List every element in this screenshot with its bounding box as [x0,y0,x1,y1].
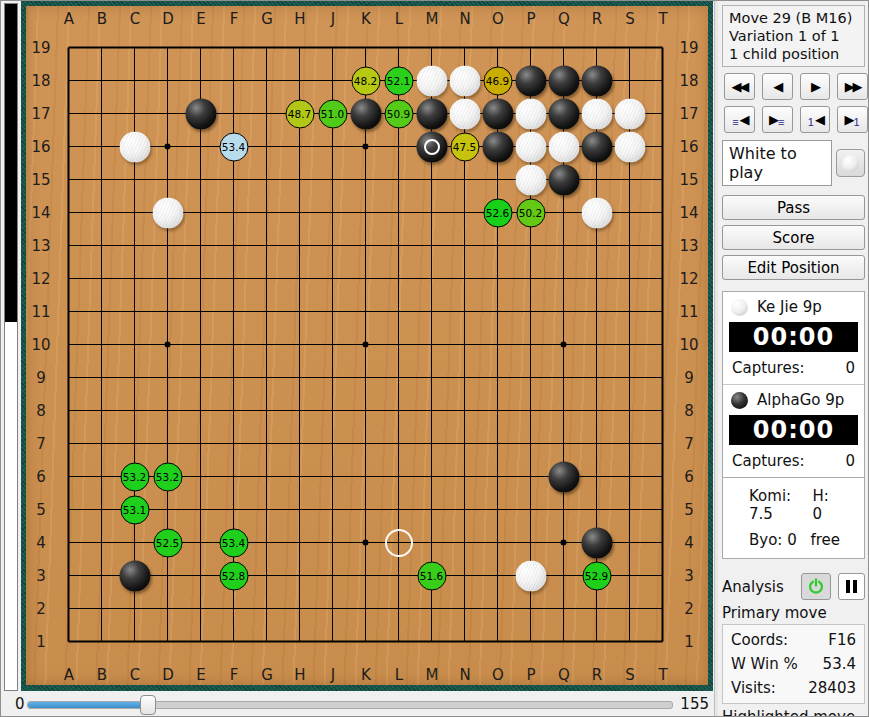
intersection-P9[interactable] [514,361,547,394]
prev-variation-button[interactable]: ≡◀ [724,106,755,133]
intersection-C3[interactable] [118,559,151,592]
intersection-D17[interactable] [151,97,184,130]
intersection-G15[interactable] [250,163,283,196]
intersection-P18[interactable] [514,64,547,97]
intersection-R19[interactable] [580,31,613,64]
intersection-F3[interactable]: 52.8 [217,559,250,592]
intersection-L11[interactable] [382,295,415,328]
intersection-N3[interactable] [448,559,481,592]
intersection-H7[interactable] [283,427,316,460]
intersection-Q3[interactable] [547,559,580,592]
analysis-move-D4[interactable]: 52.5 [153,528,182,557]
intersection-O13[interactable] [481,229,514,262]
intersection-R4[interactable] [580,526,613,559]
intersection-K5[interactable] [349,493,382,526]
intersection-E8[interactable] [184,394,217,427]
intersection-E2[interactable] [184,592,217,625]
intersection-S11[interactable] [613,295,646,328]
forward-one-button[interactable]: ▶1 [837,106,868,133]
intersection-D16[interactable] [151,130,184,163]
intersection-D10[interactable] [151,328,184,361]
intersection-D3[interactable] [151,559,184,592]
intersection-K13[interactable] [349,229,382,262]
intersection-J9[interactable] [316,361,349,394]
intersection-T9[interactable] [646,361,679,394]
intersection-B1[interactable] [85,625,118,658]
intersection-M13[interactable] [415,229,448,262]
intersection-K19[interactable] [349,31,382,64]
intersection-Q9[interactable] [547,361,580,394]
intersection-P6[interactable] [514,460,547,493]
intersection-H1[interactable] [283,625,316,658]
intersection-D14[interactable] [151,196,184,229]
intersection-N9[interactable] [448,361,481,394]
intersection-G17[interactable] [250,97,283,130]
intersection-P15[interactable] [514,163,547,196]
intersection-Q8[interactable] [547,394,580,427]
intersection-L16[interactable] [382,130,415,163]
intersection-L6[interactable] [382,460,415,493]
intersection-O11[interactable] [481,295,514,328]
back-main-line-button[interactable]: 1◀ [800,106,831,133]
intersection-O14[interactable]: 52.6 [481,196,514,229]
intersection-M15[interactable] [415,163,448,196]
intersection-G4[interactable] [250,526,283,559]
intersection-A1[interactable] [52,625,85,658]
intersection-E10[interactable] [184,328,217,361]
intersection-R9[interactable] [580,361,613,394]
score-button[interactable]: Score [722,225,865,250]
intersection-E5[interactable] [184,493,217,526]
intersection-K6[interactable] [349,460,382,493]
intersection-K18[interactable]: 48.2 [349,64,382,97]
intersection-M10[interactable] [415,328,448,361]
intersection-L2[interactable] [382,592,415,625]
intersection-J13[interactable] [316,229,349,262]
intersection-L12[interactable] [382,262,415,295]
intersection-A6[interactable] [52,460,85,493]
intersection-F5[interactable] [217,493,250,526]
intersection-P1[interactable] [514,625,547,658]
intersection-H5[interactable] [283,493,316,526]
intersection-S9[interactable] [613,361,646,394]
intersection-M18[interactable] [415,64,448,97]
intersection-T16[interactable] [646,130,679,163]
intersection-S17[interactable] [613,97,646,130]
intersection-T6[interactable] [646,460,679,493]
intersection-R6[interactable] [580,460,613,493]
analysis-move-K18[interactable]: 48.2 [351,66,380,95]
turn-stone-button[interactable] [836,149,865,177]
intersection-N17[interactable] [448,97,481,130]
intersection-D6[interactable]: 53.2 [151,460,184,493]
intersection-K10[interactable] [349,328,382,361]
board-grid[interactable]: 48.252.146.948.751.050.953.447.552.650.2… [52,31,679,658]
intersection-H17[interactable]: 48.7 [283,97,316,130]
intersection-E15[interactable] [184,163,217,196]
intersection-J19[interactable] [316,31,349,64]
intersection-M6[interactable] [415,460,448,493]
intersection-J3[interactable] [316,559,349,592]
intersection-T14[interactable] [646,196,679,229]
intersection-N4[interactable] [448,526,481,559]
intersection-N8[interactable] [448,394,481,427]
intersection-G1[interactable] [250,625,283,658]
intersection-S14[interactable] [613,196,646,229]
intersection-P2[interactable] [514,592,547,625]
intersection-A7[interactable] [52,427,85,460]
intersection-R2[interactable] [580,592,613,625]
intersection-S16[interactable] [613,130,646,163]
intersection-D4[interactable]: 52.5 [151,526,184,559]
intersection-A5[interactable] [52,493,85,526]
intersection-F11[interactable] [217,295,250,328]
intersection-T15[interactable] [646,163,679,196]
intersection-M2[interactable] [415,592,448,625]
intersection-C14[interactable] [118,196,151,229]
intersection-Q18[interactable] [547,64,580,97]
intersection-C19[interactable] [118,31,151,64]
intersection-H13[interactable] [283,229,316,262]
intersection-S10[interactable] [613,328,646,361]
intersection-T4[interactable] [646,526,679,559]
analysis-move-O14[interactable]: 52.6 [483,198,512,227]
intersection-C2[interactable] [118,592,151,625]
prev-move-button[interactable]: ◀ [762,73,793,100]
intersection-F15[interactable] [217,163,250,196]
intersection-Q4[interactable] [547,526,580,559]
intersection-D18[interactable] [151,64,184,97]
intersection-T17[interactable] [646,97,679,130]
intersection-J17[interactable]: 51.0 [316,97,349,130]
intersection-B13[interactable] [85,229,118,262]
intersection-M12[interactable] [415,262,448,295]
intersection-G9[interactable] [250,361,283,394]
intersection-D7[interactable] [151,427,184,460]
intersection-F17[interactable] [217,97,250,130]
intersection-C10[interactable] [118,328,151,361]
intersection-S7[interactable] [613,427,646,460]
intersection-B2[interactable] [85,592,118,625]
intersection-C13[interactable] [118,229,151,262]
intersection-H9[interactable] [283,361,316,394]
intersection-R7[interactable] [580,427,613,460]
intersection-G16[interactable] [250,130,283,163]
intersection-E17[interactable] [184,97,217,130]
analysis-move-N16[interactable]: 47.5 [450,132,479,161]
intersection-R10[interactable] [580,328,613,361]
intersection-G18[interactable] [250,64,283,97]
intersection-P12[interactable] [514,262,547,295]
intersection-P8[interactable] [514,394,547,427]
intersection-T8[interactable] [646,394,679,427]
intersection-K12[interactable] [349,262,382,295]
intersection-L15[interactable] [382,163,415,196]
intersection-B18[interactable] [85,64,118,97]
intersection-M7[interactable] [415,427,448,460]
intersection-B6[interactable] [85,460,118,493]
intersection-B10[interactable] [85,328,118,361]
intersection-G6[interactable] [250,460,283,493]
intersection-B3[interactable] [85,559,118,592]
intersection-P4[interactable] [514,526,547,559]
intersection-B11[interactable] [85,295,118,328]
pass-button[interactable]: Pass [722,195,865,220]
intersection-M14[interactable] [415,196,448,229]
intersection-E14[interactable] [184,196,217,229]
intersection-N19[interactable] [448,31,481,64]
intersection-N15[interactable] [448,163,481,196]
intersection-M17[interactable] [415,97,448,130]
intersection-O16[interactable] [481,130,514,163]
intersection-B12[interactable] [85,262,118,295]
intersection-E9[interactable] [184,361,217,394]
intersection-K16[interactable] [349,130,382,163]
intersection-J12[interactable] [316,262,349,295]
intersection-D1[interactable] [151,625,184,658]
intersection-E12[interactable] [184,262,217,295]
intersection-K11[interactable] [349,295,382,328]
intersection-Q7[interactable] [547,427,580,460]
intersection-E1[interactable] [184,625,217,658]
intersection-O9[interactable] [481,361,514,394]
intersection-H19[interactable] [283,31,316,64]
intersection-C4[interactable] [118,526,151,559]
intersection-G5[interactable] [250,493,283,526]
intersection-S2[interactable] [613,592,646,625]
intersection-P11[interactable] [514,295,547,328]
intersection-L1[interactable] [382,625,415,658]
intersection-B9[interactable] [85,361,118,394]
intersection-J11[interactable] [316,295,349,328]
intersection-O17[interactable] [481,97,514,130]
intersection-P13[interactable] [514,229,547,262]
intersection-H14[interactable] [283,196,316,229]
intersection-R12[interactable] [580,262,613,295]
intersection-M16[interactable] [415,130,448,163]
intersection-C9[interactable] [118,361,151,394]
intersection-R1[interactable] [580,625,613,658]
analysis-move-D6[interactable]: 53.2 [153,462,182,491]
intersection-T11[interactable] [646,295,679,328]
intersection-H16[interactable] [283,130,316,163]
intersection-A3[interactable] [52,559,85,592]
intersection-E11[interactable] [184,295,217,328]
intersection-F14[interactable] [217,196,250,229]
intersection-H3[interactable] [283,559,316,592]
intersection-O15[interactable] [481,163,514,196]
intersection-T1[interactable] [646,625,679,658]
intersection-P3[interactable] [514,559,547,592]
intersection-N10[interactable] [448,328,481,361]
intersection-A13[interactable] [52,229,85,262]
intersection-F4[interactable]: 53.4 [217,526,250,559]
intersection-Q10[interactable] [547,328,580,361]
intersection-E3[interactable] [184,559,217,592]
intersection-G11[interactable] [250,295,283,328]
intersection-D19[interactable] [151,31,184,64]
intersection-G12[interactable] [250,262,283,295]
analysis-move-H17[interactable]: 48.7 [285,99,314,128]
intersection-P10[interactable] [514,328,547,361]
intersection-L14[interactable] [382,196,415,229]
analysis-move-P14[interactable]: 50.2 [516,198,545,227]
intersection-T2[interactable] [646,592,679,625]
intersection-P14[interactable]: 50.2 [514,196,547,229]
intersection-O12[interactable] [481,262,514,295]
intersection-H6[interactable] [283,460,316,493]
intersection-S19[interactable] [613,31,646,64]
intersection-M8[interactable] [415,394,448,427]
intersection-N12[interactable] [448,262,481,295]
intersection-D13[interactable] [151,229,184,262]
intersection-B19[interactable] [85,31,118,64]
intersection-R11[interactable] [580,295,613,328]
analysis-move-M3[interactable]: 51.6 [417,561,446,590]
intersection-R8[interactable] [580,394,613,427]
intersection-F8[interactable] [217,394,250,427]
intersection-C11[interactable] [118,295,151,328]
intersection-O7[interactable] [481,427,514,460]
intersection-L3[interactable] [382,559,415,592]
intersection-P19[interactable] [514,31,547,64]
intersection-T13[interactable] [646,229,679,262]
intersection-C16[interactable] [118,130,151,163]
intersection-F2[interactable] [217,592,250,625]
intersection-Q16[interactable] [547,130,580,163]
intersection-C18[interactable] [118,64,151,97]
intersection-D8[interactable] [151,394,184,427]
intersection-E6[interactable] [184,460,217,493]
intersection-N16[interactable]: 47.5 [448,130,481,163]
intersection-A16[interactable] [52,130,85,163]
intersection-J18[interactable] [316,64,349,97]
intersection-E18[interactable] [184,64,217,97]
intersection-L18[interactable]: 52.1 [382,64,415,97]
intersection-H4[interactable] [283,526,316,559]
intersection-C5[interactable]: 53.1 [118,493,151,526]
intersection-M4[interactable] [415,526,448,559]
intersection-B17[interactable] [85,97,118,130]
intersection-P17[interactable] [514,97,547,130]
intersection-S8[interactable] [613,394,646,427]
intersection-E13[interactable] [184,229,217,262]
intersection-L8[interactable] [382,394,415,427]
intersection-N14[interactable] [448,196,481,229]
intersection-T10[interactable] [646,328,679,361]
intersection-A2[interactable] [52,592,85,625]
intersection-L17[interactable]: 50.9 [382,97,415,130]
intersection-A17[interactable] [52,97,85,130]
intersection-G19[interactable] [250,31,283,64]
slider-thumb[interactable] [140,695,156,715]
move-slider[interactable] [27,701,673,709]
intersection-Q5[interactable] [547,493,580,526]
intersection-D11[interactable] [151,295,184,328]
intersection-S13[interactable] [613,229,646,262]
intersection-K14[interactable] [349,196,382,229]
intersection-J8[interactable] [316,394,349,427]
intersection-O6[interactable] [481,460,514,493]
intersection-J16[interactable] [316,130,349,163]
intersection-N6[interactable] [448,460,481,493]
intersection-F6[interactable] [217,460,250,493]
intersection-J5[interactable] [316,493,349,526]
intersection-L13[interactable] [382,229,415,262]
intersection-T5[interactable] [646,493,679,526]
intersection-O18[interactable]: 46.9 [481,64,514,97]
intersection-O3[interactable] [481,559,514,592]
intersection-S15[interactable] [613,163,646,196]
intersection-L5[interactable] [382,493,415,526]
intersection-N13[interactable] [448,229,481,262]
intersection-T12[interactable] [646,262,679,295]
intersection-J15[interactable] [316,163,349,196]
intersection-G7[interactable] [250,427,283,460]
intersection-P16[interactable] [514,130,547,163]
intersection-M1[interactable] [415,625,448,658]
intersection-L19[interactable] [382,31,415,64]
analysis-move-F4[interactable]: 53.4 [219,528,248,557]
intersection-O1[interactable] [481,625,514,658]
intersection-J6[interactable] [316,460,349,493]
intersection-Q15[interactable] [547,163,580,196]
intersection-S6[interactable] [613,460,646,493]
intersection-J1[interactable] [316,625,349,658]
intersection-C1[interactable] [118,625,151,658]
intersection-S18[interactable] [613,64,646,97]
intersection-R17[interactable] [580,97,613,130]
panel-splitter[interactable] [714,1,718,717]
intersection-A9[interactable] [52,361,85,394]
intersection-A8[interactable] [52,394,85,427]
intersection-C17[interactable] [118,97,151,130]
intersection-T18[interactable] [646,64,679,97]
intersection-J4[interactable] [316,526,349,559]
intersection-T19[interactable] [646,31,679,64]
intersection-M3[interactable]: 51.6 [415,559,448,592]
intersection-O10[interactable] [481,328,514,361]
intersection-F1[interactable] [217,625,250,658]
intersection-Q2[interactable] [547,592,580,625]
analysis-move-L18[interactable]: 52.1 [384,66,413,95]
intersection-F16[interactable]: 53.4 [217,130,250,163]
intersection-F7[interactable] [217,427,250,460]
intersection-Q1[interactable] [547,625,580,658]
intersection-A12[interactable] [52,262,85,295]
intersection-J2[interactable] [316,592,349,625]
analysis-move-O18[interactable]: 46.9 [483,66,512,95]
intersection-E19[interactable] [184,31,217,64]
intersection-K8[interactable] [349,394,382,427]
intersection-N18[interactable] [448,64,481,97]
intersection-H2[interactable] [283,592,316,625]
intersection-A14[interactable] [52,196,85,229]
intersection-F18[interactable] [217,64,250,97]
intersection-A18[interactable] [52,64,85,97]
intersection-K17[interactable] [349,97,382,130]
intersection-H12[interactable] [283,262,316,295]
intersection-K9[interactable] [349,361,382,394]
intersection-Q19[interactable] [547,31,580,64]
intersection-H18[interactable] [283,64,316,97]
intersection-P7[interactable] [514,427,547,460]
intersection-S12[interactable] [613,262,646,295]
intersection-C12[interactable] [118,262,151,295]
intersection-C6[interactable]: 53.2 [118,460,151,493]
intersection-F19[interactable] [217,31,250,64]
intersection-L10[interactable] [382,328,415,361]
